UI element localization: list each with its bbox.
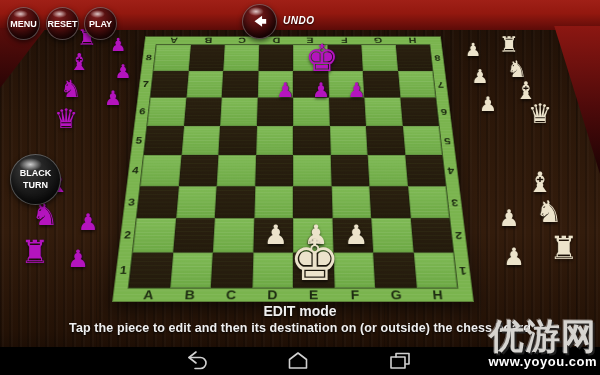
square-d8[interactable] xyxy=(258,45,293,71)
square-h2[interactable] xyxy=(410,218,453,252)
tray-piece-purple-pawn[interactable]: ♟ xyxy=(110,36,126,54)
piece-purple-king-e8[interactable]: ♚ xyxy=(305,40,339,77)
square-a4[interactable] xyxy=(140,155,181,186)
tray-piece-white-pawn[interactable]: ♟ xyxy=(465,41,481,59)
piece-white-king-e1[interactable]: ♚ xyxy=(290,233,341,289)
square-e6[interactable] xyxy=(293,98,329,126)
square-h6[interactable] xyxy=(400,98,439,126)
square-b6[interactable] xyxy=(184,98,222,126)
coordinate-label: D xyxy=(252,288,294,302)
coordinate-label: F xyxy=(334,288,376,302)
android-nav-bar xyxy=(0,347,600,375)
square-g3[interactable] xyxy=(369,186,410,218)
square-g5[interactable] xyxy=(366,126,405,155)
square-h8[interactable] xyxy=(395,45,432,71)
tray-piece-purple-pawn[interactable]: ♟ xyxy=(67,247,89,271)
square-g7[interactable] xyxy=(363,71,400,98)
play-button[interactable]: PLAY xyxy=(84,7,117,40)
undo-button-label: UNDO xyxy=(283,15,314,26)
square-a5[interactable] xyxy=(144,126,184,155)
square-h4[interactable] xyxy=(405,155,446,186)
square-d6[interactable] xyxy=(257,98,293,126)
square-b1[interactable] xyxy=(170,252,213,288)
square-b5[interactable] xyxy=(181,126,220,155)
square-d1[interactable] xyxy=(252,252,293,288)
square-e3[interactable] xyxy=(293,186,332,218)
square-g8[interactable] xyxy=(361,45,397,71)
square-h3[interactable] xyxy=(408,186,450,218)
square-d3[interactable] xyxy=(254,186,293,218)
piece-purple-pawn-e7[interactable]: ♟ xyxy=(312,80,330,100)
square-f3[interactable] xyxy=(331,186,371,218)
square-h1[interactable] xyxy=(413,252,457,288)
square-a7[interactable] xyxy=(150,71,188,98)
square-f5[interactable] xyxy=(329,126,367,155)
coordinate-label: H xyxy=(416,288,459,302)
square-g4[interactable] xyxy=(368,155,408,186)
reset-button[interactable]: RESET xyxy=(46,7,79,40)
menu-button[interactable]: MENU xyxy=(7,7,40,40)
square-a3[interactable] xyxy=(137,186,179,218)
square-c1[interactable] xyxy=(211,252,253,288)
square-c2[interactable] xyxy=(213,218,254,252)
home-icon[interactable] xyxy=(286,350,310,372)
tray-piece-white-pawn[interactable]: ♟ xyxy=(479,94,497,114)
square-c3[interactable] xyxy=(215,186,255,218)
square-e4[interactable] xyxy=(293,155,331,186)
coordinate-label: H xyxy=(395,36,430,44)
piece-purple-pawn-d7[interactable]: ♟ xyxy=(276,80,294,100)
coordinate-label: A xyxy=(127,288,170,302)
tray-piece-white-knight[interactable]: ♞ xyxy=(536,197,563,227)
square-g2[interactable] xyxy=(371,218,413,252)
undo-arrow-icon xyxy=(249,11,271,33)
tray-piece-white-rook[interactable]: ♜ xyxy=(550,232,579,264)
coordinate-label: G xyxy=(361,36,396,44)
square-d4[interactable] xyxy=(255,155,293,186)
square-c4[interactable] xyxy=(217,155,256,186)
tray-piece-purple-queen[interactable]: ♛ xyxy=(54,105,78,132)
square-f6[interactable] xyxy=(329,98,366,126)
square-a1[interactable] xyxy=(129,252,173,288)
tray-piece-purple-pawn[interactable]: ♟ xyxy=(78,211,99,234)
square-g1[interactable] xyxy=(373,252,416,288)
tray-piece-white-bishop[interactable]: ♝ xyxy=(527,169,552,197)
square-b2[interactable] xyxy=(173,218,215,252)
tray-piece-purple-pawn[interactable]: ♟ xyxy=(104,88,122,108)
coordinate-label: C xyxy=(210,288,252,302)
tray-piece-purple-bishop[interactable]: ♝ xyxy=(69,51,90,74)
piece-white-pawn-f2[interactable]: ♟ xyxy=(344,222,368,249)
file-labels-top: ABCDEFGH xyxy=(156,36,429,44)
square-h7[interactable] xyxy=(398,71,436,98)
turn-indicator: BLACK TURN xyxy=(10,154,61,205)
play-button-label: PLAY xyxy=(89,19,112,29)
square-h5[interactable] xyxy=(402,126,442,155)
tray-piece-white-pawn[interactable]: ♟ xyxy=(499,207,520,230)
back-icon[interactable] xyxy=(186,350,210,372)
square-f4[interactable] xyxy=(330,155,369,186)
coordinate-label: B xyxy=(169,288,211,302)
tray-piece-white-queen[interactable]: ♛ xyxy=(528,100,552,127)
tray-piece-purple-pawn[interactable]: ♟ xyxy=(114,62,131,81)
square-b8[interactable] xyxy=(188,45,224,71)
square-a2[interactable] xyxy=(133,218,176,252)
coordinate-label: B xyxy=(191,36,226,44)
edit-mode-instruction: Tap the piece to edit and then its desti… xyxy=(0,321,600,335)
undo-button[interactable] xyxy=(242,4,277,39)
tray-piece-white-pawn[interactable]: ♟ xyxy=(471,67,488,86)
tray-piece-white-rook[interactable]: ♜ xyxy=(499,34,519,56)
edit-mode-title: EDIT mode xyxy=(0,303,600,319)
reset-button-label: RESET xyxy=(47,19,77,29)
square-c6[interactable] xyxy=(220,98,257,126)
piece-white-pawn-d2[interactable]: ♟ xyxy=(264,222,288,249)
square-g6[interactable] xyxy=(364,98,402,126)
square-c8[interactable] xyxy=(223,45,259,71)
coordinate-label: A xyxy=(156,36,191,44)
tray-piece-purple-knight[interactable]: ♞ xyxy=(60,77,82,101)
menu-button-label: MENU xyxy=(10,19,37,29)
square-a8[interactable] xyxy=(153,45,190,71)
square-c7[interactable] xyxy=(222,71,258,98)
square-a6[interactable] xyxy=(147,98,186,126)
coordinate-label: G xyxy=(375,288,417,302)
square-c5[interactable] xyxy=(218,126,256,155)
square-b4[interactable] xyxy=(178,155,218,186)
turn-indicator-text: BLACK TURN xyxy=(20,168,52,191)
square-b3[interactable] xyxy=(176,186,217,218)
piece-purple-pawn-f7[interactable]: ♟ xyxy=(348,80,366,100)
square-b7[interactable] xyxy=(186,71,223,98)
recents-icon[interactable] xyxy=(388,350,412,372)
tray-piece-purple-rook[interactable]: ♜ xyxy=(21,236,50,268)
square-d5[interactable] xyxy=(256,126,293,155)
square-e5[interactable] xyxy=(293,126,330,155)
tray-piece-white-pawn[interactable]: ♟ xyxy=(503,245,525,269)
